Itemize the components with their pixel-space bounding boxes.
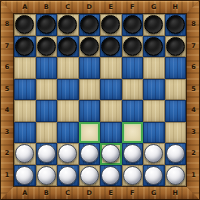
- square-g3[interactable]: [143, 122, 165, 144]
- black-piece-d8[interactable]: [80, 15, 99, 34]
- black-piece-b7[interactable]: [37, 37, 56, 56]
- black-piece-a8[interactable]: [15, 15, 34, 34]
- file-label-top-c: C: [57, 2, 79, 12]
- square-g1[interactable]: [143, 165, 165, 187]
- rank-label-left-4: 4: [2, 100, 12, 122]
- black-piece-a7[interactable]: [15, 37, 34, 56]
- square-a8[interactable]: [14, 14, 36, 36]
- square-b7[interactable]: [36, 36, 58, 58]
- file-label-bottom-h: H: [165, 188, 187, 198]
- white-piece-d2[interactable]: [80, 144, 99, 163]
- rank-label-right-7: 7: [189, 36, 199, 58]
- file-label-top-a: A: [14, 2, 36, 12]
- white-piece-a1[interactable]: [15, 166, 34, 185]
- square-f3[interactable]: [122, 122, 144, 144]
- square-b1[interactable]: [36, 165, 58, 187]
- white-piece-b2[interactable]: [37, 144, 56, 163]
- black-piece-d7[interactable]: [80, 37, 99, 56]
- square-e3[interactable]: [100, 122, 122, 144]
- square-h3[interactable]: [165, 122, 187, 144]
- square-d4[interactable]: [79, 100, 101, 122]
- square-c6[interactable]: [57, 57, 79, 79]
- file-label-top-b: B: [36, 2, 58, 12]
- square-h8[interactable]: [165, 14, 187, 36]
- square-d3[interactable]: [79, 122, 101, 144]
- square-a4[interactable]: [14, 100, 36, 122]
- white-piece-g2[interactable]: [144, 144, 163, 163]
- square-f5[interactable]: [122, 79, 144, 101]
- rank-label-left-5: 5: [2, 79, 12, 101]
- rank-label-right-2: 2: [189, 143, 199, 165]
- black-piece-f8[interactable]: [123, 15, 142, 34]
- checkers-app-window: AABBCCDDEEFFGGHH8877665544332211: [0, 0, 200, 200]
- white-piece-h2[interactable]: [166, 144, 185, 163]
- square-f1[interactable]: [122, 165, 144, 187]
- file-label-bottom-d: D: [79, 188, 101, 198]
- file-label-bottom-g: G: [143, 188, 165, 198]
- rank-label-left-2: 2: [2, 143, 12, 165]
- square-c1[interactable]: [57, 165, 79, 187]
- square-d5[interactable]: [79, 79, 101, 101]
- white-piece-a2[interactable]: [15, 144, 34, 163]
- square-a7[interactable]: [14, 36, 36, 58]
- rank-label-left-1: 1: [2, 165, 12, 187]
- white-piece-f2[interactable]: [123, 144, 142, 163]
- black-piece-b8[interactable]: [37, 15, 56, 34]
- file-label-top-f: F: [122, 2, 144, 12]
- square-e5[interactable]: [100, 79, 122, 101]
- square-g8[interactable]: [143, 14, 165, 36]
- square-g2[interactable]: [143, 143, 165, 165]
- black-piece-e8[interactable]: [101, 15, 120, 34]
- square-c2[interactable]: [57, 143, 79, 165]
- black-piece-c7[interactable]: [58, 37, 77, 56]
- file-label-top-d: D: [79, 2, 101, 12]
- square-f2[interactable]: [122, 143, 144, 165]
- file-label-bottom-e: E: [100, 188, 122, 198]
- square-e2[interactable]: [100, 143, 122, 165]
- rank-label-right-8: 8: [189, 14, 199, 36]
- file-label-bottom-b: B: [36, 188, 58, 198]
- square-h2[interactable]: [165, 143, 187, 165]
- black-piece-c8[interactable]: [58, 15, 77, 34]
- square-b8[interactable]: [36, 14, 58, 36]
- rank-label-left-8: 8: [2, 14, 12, 36]
- square-c8[interactable]: [57, 14, 79, 36]
- square-d8[interactable]: [79, 14, 101, 36]
- file-label-top-h: H: [165, 2, 187, 12]
- square-f6[interactable]: [122, 57, 144, 79]
- black-piece-g8[interactable]: [144, 15, 163, 34]
- square-e8[interactable]: [100, 14, 122, 36]
- white-piece-d1[interactable]: [80, 166, 99, 185]
- square-g6[interactable]: [143, 57, 165, 79]
- square-d1[interactable]: [79, 165, 101, 187]
- square-e4[interactable]: [100, 100, 122, 122]
- square-h5[interactable]: [165, 79, 187, 101]
- square-b5[interactable]: [36, 79, 58, 101]
- rank-label-right-5: 5: [189, 79, 199, 101]
- white-piece-c1[interactable]: [58, 166, 77, 185]
- square-c4[interactable]: [57, 100, 79, 122]
- square-d6[interactable]: [79, 57, 101, 79]
- square-d7[interactable]: [79, 36, 101, 58]
- square-h1[interactable]: [165, 165, 187, 187]
- square-f8[interactable]: [122, 14, 144, 36]
- square-e7[interactable]: [100, 36, 122, 58]
- rank-label-left-3: 3: [2, 122, 12, 144]
- black-piece-h7[interactable]: [166, 37, 185, 56]
- white-piece-b1[interactable]: [37, 166, 56, 185]
- square-a3[interactable]: [14, 122, 36, 144]
- white-piece-c2[interactable]: [58, 144, 77, 163]
- square-b3[interactable]: [36, 122, 58, 144]
- square-c7[interactable]: [57, 36, 79, 58]
- square-e1[interactable]: [100, 165, 122, 187]
- black-piece-f7[interactable]: [123, 37, 142, 56]
- rank-label-left-6: 6: [2, 57, 12, 79]
- rank-label-right-4: 4: [189, 100, 199, 122]
- file-label-top-g: G: [143, 2, 165, 12]
- square-a1[interactable]: [14, 165, 36, 187]
- square-b2[interactable]: [36, 143, 58, 165]
- square-c3[interactable]: [57, 122, 79, 144]
- black-piece-g7[interactable]: [144, 37, 163, 56]
- file-label-top-e: E: [100, 2, 122, 12]
- file-label-bottom-c: C: [57, 188, 79, 198]
- square-d2[interactable]: [79, 143, 101, 165]
- white-piece-e1[interactable]: [101, 166, 120, 185]
- rank-label-right-3: 3: [189, 122, 199, 144]
- black-piece-e7[interactable]: [101, 37, 120, 56]
- square-h4[interactable]: [165, 100, 187, 122]
- square-h7[interactable]: [165, 36, 187, 58]
- white-piece-h1[interactable]: [166, 166, 185, 185]
- square-g4[interactable]: [143, 100, 165, 122]
- rank-label-left-7: 7: [2, 36, 12, 58]
- square-b4[interactable]: [36, 100, 58, 122]
- square-a5[interactable]: [14, 79, 36, 101]
- square-b6[interactable]: [36, 57, 58, 79]
- file-label-bottom-f: F: [122, 188, 144, 198]
- square-f7[interactable]: [122, 36, 144, 58]
- square-c5[interactable]: [57, 79, 79, 101]
- file-label-bottom-a: A: [14, 188, 36, 198]
- square-a2[interactable]: [14, 143, 36, 165]
- white-piece-g1[interactable]: [144, 166, 163, 185]
- rank-label-right-6: 6: [189, 57, 199, 79]
- black-piece-h8[interactable]: [166, 15, 185, 34]
- board-grid: [14, 14, 186, 186]
- square-h6[interactable]: [165, 57, 187, 79]
- square-g5[interactable]: [143, 79, 165, 101]
- square-e6[interactable]: [100, 57, 122, 79]
- square-g7[interactable]: [143, 36, 165, 58]
- square-f4[interactable]: [122, 100, 144, 122]
- rank-label-right-1: 1: [189, 165, 199, 187]
- white-piece-f1[interactable]: [123, 166, 142, 185]
- square-a6[interactable]: [14, 57, 36, 79]
- white-piece-e2[interactable]: [101, 144, 120, 163]
